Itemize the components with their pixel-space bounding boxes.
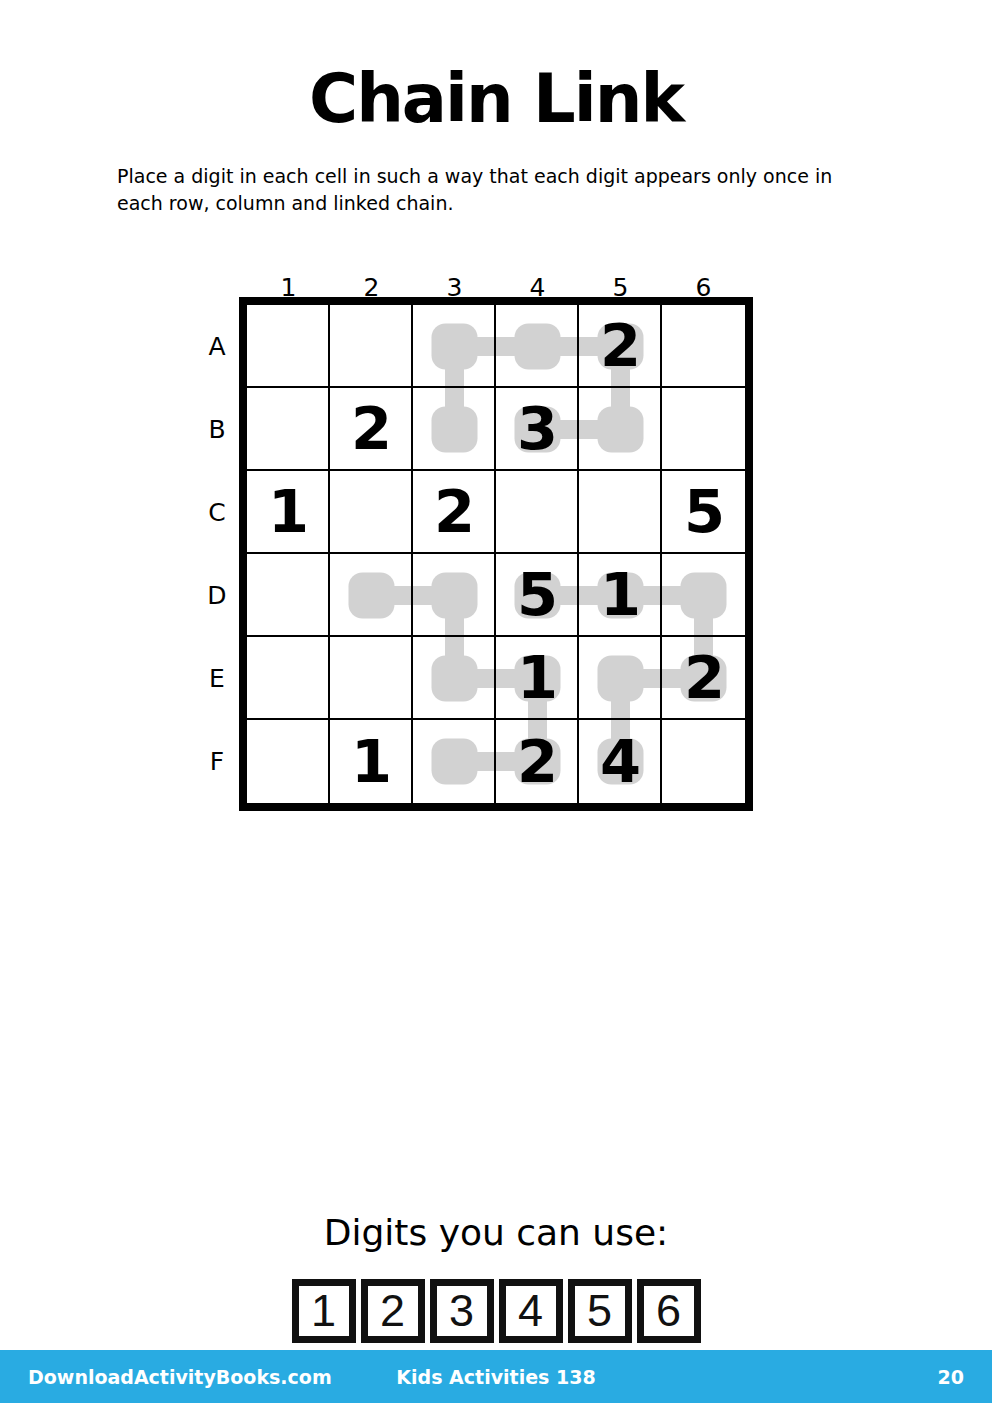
usable-digit-6: 6 xyxy=(637,1279,701,1343)
given-cell-F4: 2 xyxy=(496,720,579,803)
usable-digit-4: 4 xyxy=(499,1279,563,1343)
empty-cell-E3[interactable] xyxy=(413,637,496,720)
empty-cell-A6[interactable] xyxy=(662,305,745,388)
row-label-B: B xyxy=(200,388,234,471)
given-cell-D5: 1 xyxy=(579,554,662,637)
empty-cell-A1[interactable] xyxy=(247,305,330,388)
digits-heading: Digits you can use: xyxy=(0,1212,992,1253)
empty-cell-C4[interactable] xyxy=(496,471,579,554)
usable-digit-2: 2 xyxy=(361,1279,425,1343)
usable-digits-legend: 123456 xyxy=(0,1279,992,1343)
empty-cell-C2[interactable] xyxy=(330,471,413,554)
usable-digit-1: 1 xyxy=(292,1279,356,1343)
empty-cell-E2[interactable] xyxy=(330,637,413,720)
given-cell-E6: 2 xyxy=(662,637,745,720)
col-label-2: 2 xyxy=(330,273,413,302)
empty-cell-D3[interactable] xyxy=(413,554,496,637)
empty-cell-D1[interactable] xyxy=(247,554,330,637)
empty-cell-C5[interactable] xyxy=(579,471,662,554)
empty-cell-B3[interactable] xyxy=(413,388,496,471)
empty-cell-F6[interactable] xyxy=(662,720,745,803)
empty-cell-E1[interactable] xyxy=(247,637,330,720)
col-label-3: 3 xyxy=(413,273,496,302)
given-cell-B2: 2 xyxy=(330,388,413,471)
row-label-E: E xyxy=(200,637,234,720)
given-cell-F5: 4 xyxy=(579,720,662,803)
given-cell-C6: 5 xyxy=(662,471,745,554)
empty-cell-F3[interactable] xyxy=(413,720,496,803)
footer-page-number: 20 xyxy=(938,1366,964,1388)
col-label-1: 1 xyxy=(247,273,330,302)
row-label-A: A xyxy=(200,305,234,388)
instructions-line-2: each row, column and linked chain. xyxy=(117,192,453,214)
empty-cell-F1[interactable] xyxy=(247,720,330,803)
page-title: Chain Link xyxy=(0,60,992,138)
given-cell-E4: 1 xyxy=(496,637,579,720)
empty-cell-B6[interactable] xyxy=(662,388,745,471)
footer-bar: DownloadActivityBooks.com Kids Activitie… xyxy=(0,1350,992,1403)
usable-digit-3: 3 xyxy=(430,1279,494,1343)
worksheet-page: Chain Link Place a digit in each cell in… xyxy=(0,0,992,1403)
empty-cell-A3[interactable] xyxy=(413,305,496,388)
row-label-F: F xyxy=(200,720,234,803)
given-cell-C1: 1 xyxy=(247,471,330,554)
empty-cell-D2[interactable] xyxy=(330,554,413,637)
cells-layer: 2231255112124 xyxy=(247,305,745,803)
col-label-5: 5 xyxy=(579,273,662,302)
column-labels: 123456 xyxy=(247,273,745,301)
empty-cell-E5[interactable] xyxy=(579,637,662,720)
row-labels: ABCDEF xyxy=(200,305,234,803)
given-cell-D4: 5 xyxy=(496,554,579,637)
usable-digit-5: 5 xyxy=(568,1279,632,1343)
instructions-line-1: Place a digit in each cell in such a way… xyxy=(117,165,832,187)
empty-cell-A4[interactable] xyxy=(496,305,579,388)
given-cell-B4: 3 xyxy=(496,388,579,471)
given-cell-A5: 2 xyxy=(579,305,662,388)
empty-cell-B1[interactable] xyxy=(247,388,330,471)
given-cell-F2: 1 xyxy=(330,720,413,803)
row-label-D: D xyxy=(200,554,234,637)
footer-website: DownloadActivityBooks.com xyxy=(28,1366,332,1388)
empty-cell-D6[interactable] xyxy=(662,554,745,637)
puzzle-board: 123456 ABCDEF 2231255112124 xyxy=(239,297,753,811)
instructions: Place a digit in each cell in such a way… xyxy=(117,163,907,217)
col-label-4: 4 xyxy=(496,273,579,302)
col-label-6: 6 xyxy=(662,273,745,302)
row-label-C: C xyxy=(200,471,234,554)
given-cell-C3: 2 xyxy=(413,471,496,554)
empty-cell-A2[interactable] xyxy=(330,305,413,388)
empty-cell-B5[interactable] xyxy=(579,388,662,471)
